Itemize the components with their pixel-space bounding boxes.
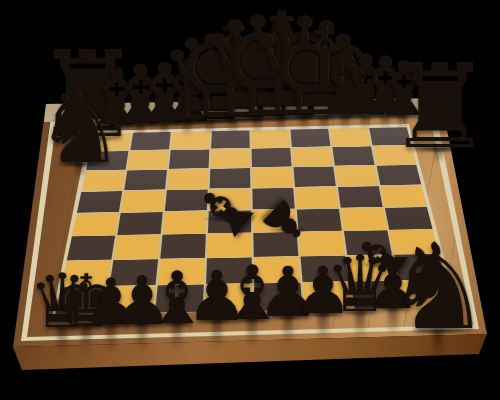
piece-rook[interactable]: ♜	[387, 61, 492, 152]
piece-pawn-fallen[interactable]: ♟	[255, 192, 314, 251]
pieces-layer: ♜♞♝♝♝♝♛♚♛♚♛♚♝♝♝♝♜♛♚♟♟♝♟♝♟♟♛♟♞♝♟♝	[0, 0, 500, 400]
scene: ♜♞♝♝♝♝♛♚♛♚♛♚♝♝♝♝♜♛♚♟♟♝♟♝♟♟♛♟♞♝♟♝	[0, 0, 500, 400]
piece-bishop-fallen[interactable]: ♝	[187, 171, 265, 251]
